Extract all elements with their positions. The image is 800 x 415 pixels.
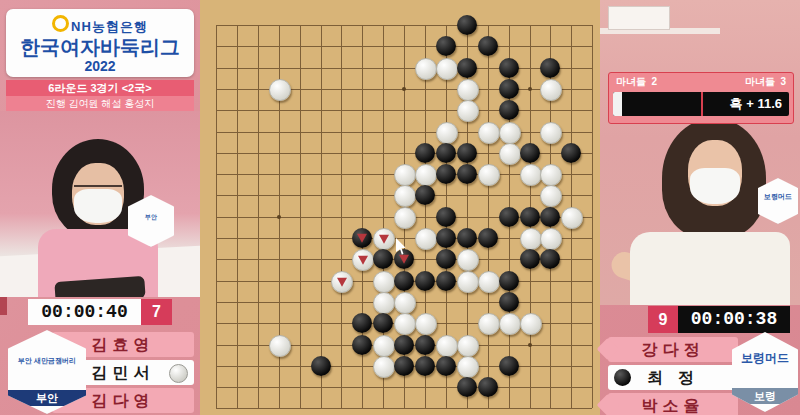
triangle-mark-icon	[379, 235, 389, 244]
black-stone	[499, 356, 519, 376]
right-team-badge: 보령머드 보령	[732, 332, 798, 412]
right-timer: 00:00:38	[678, 306, 790, 333]
white-stone	[394, 185, 416, 207]
white-stone	[478, 164, 500, 186]
eval-center-tick	[701, 92, 703, 116]
white-stone	[457, 335, 479, 357]
black-stone	[457, 58, 477, 78]
white-stone	[415, 313, 437, 335]
black-stone	[436, 249, 456, 269]
black-stone	[457, 377, 477, 397]
player-name-text: 박소율	[642, 397, 705, 414]
black-stone	[540, 58, 560, 78]
left-timer: 00:00:40	[28, 299, 141, 325]
white-stone	[499, 122, 521, 144]
triangle-mark-icon	[399, 255, 409, 264]
white-stone	[478, 122, 500, 144]
white-stone	[457, 356, 479, 378]
black-stone	[540, 249, 560, 269]
left-player-glasses	[74, 173, 122, 187]
white-stone	[499, 143, 521, 165]
white-stone-indicator-icon	[169, 364, 188, 383]
hoshi-point	[402, 87, 406, 91]
right-badge-title: 보령머드	[732, 352, 798, 365]
right-badge-team: 보령	[732, 388, 798, 404]
white-stone	[520, 164, 542, 186]
black-stone	[520, 143, 540, 163]
black-stone	[394, 356, 414, 376]
nh-logo-icon	[52, 15, 69, 32]
white-stone	[269, 335, 291, 357]
white-stone	[269, 79, 291, 101]
white-stone	[540, 122, 562, 144]
strip-decoration	[597, 394, 620, 415]
strip-decoration	[597, 338, 620, 361]
player-name-text: 강다정	[642, 341, 705, 358]
white-stone	[478, 271, 500, 293]
black-stone	[352, 335, 372, 355]
black-stone	[499, 79, 519, 99]
right-player-blouse	[630, 232, 790, 305]
white-stone	[373, 271, 395, 293]
black-stone	[436, 356, 456, 376]
hoshi-point	[528, 87, 532, 91]
white-stone	[499, 313, 521, 335]
black-stone	[352, 313, 372, 333]
win-evaluation-bar: 흑 + 11.6	[613, 92, 789, 116]
triangle-mark-icon	[337, 277, 347, 286]
left-byoyomi-count: 7	[141, 299, 172, 325]
shelf-item	[608, 6, 670, 30]
black-stone-indicator-icon	[614, 369, 631, 386]
black-stone	[436, 228, 456, 248]
black-stone	[415, 271, 435, 291]
right-player-photo: 보령머드	[600, 0, 800, 305]
team-scoreboard: 마녀들 2 마녀들 3 흑 + 11.6	[608, 72, 794, 124]
bank-name: NH농협은행	[71, 19, 148, 34]
black-stone	[311, 356, 331, 376]
black-stone	[520, 249, 540, 269]
right-panel: 보령머드 마녀들 2 마녀들 3 흑 + 11.6 9 00:00:38 강다정…	[600, 0, 800, 415]
black-stone	[499, 271, 519, 291]
black-stone	[457, 228, 477, 248]
black-stone	[415, 335, 435, 355]
left-wall-badge-text: 부안	[128, 213, 174, 222]
staff-info: 진행 김여원 해설 홍성지	[6, 96, 194, 111]
team-left-score: 마녀들 2	[616, 73, 657, 91]
grid-line	[592, 25, 593, 408]
eval-white-segment	[613, 92, 622, 116]
black-stone	[373, 249, 393, 269]
black-stone	[478, 36, 498, 56]
white-stone	[457, 79, 479, 101]
white-stone	[373, 356, 395, 378]
player-name-text: 김효영	[92, 336, 155, 353]
white-stone	[415, 228, 437, 250]
bank-title: NH농협은행	[6, 15, 194, 36]
black-stone	[540, 207, 560, 227]
white-stone	[331, 271, 353, 293]
black-stone	[499, 100, 519, 120]
right-player-name-2-active: 최 정	[608, 365, 738, 390]
player-name-text: 김다영	[92, 392, 155, 409]
white-stone	[457, 271, 479, 293]
left-badge-title: 부안 새만금잼버리	[8, 356, 86, 365]
white-stone	[373, 335, 395, 357]
round-info: 6라운드 3경기 <2국>	[6, 80, 194, 96]
eval-score-text: 흑 + 11.6	[730, 92, 782, 116]
white-stone	[520, 313, 542, 335]
right-wall-badge-text: 보령머드	[758, 192, 798, 201]
grid-line	[216, 387, 592, 388]
grid-line	[216, 408, 592, 409]
team-right-score: 마녀들 3	[745, 73, 786, 91]
black-stone	[499, 207, 519, 227]
black-stone	[415, 185, 435, 205]
white-stone	[540, 79, 562, 101]
go-board[interactable]	[200, 0, 600, 415]
white-stone	[561, 207, 583, 229]
left-panel: NH농협은행 한국여자바둑리그 2022 6라운드 3경기 <2국> 진행 김여…	[0, 0, 200, 415]
black-stone	[394, 271, 414, 291]
black-stone	[436, 207, 456, 227]
white-stone	[457, 100, 479, 122]
grid-line	[488, 25, 489, 408]
white-stone	[436, 122, 458, 144]
white-stone	[540, 185, 562, 207]
white-stone	[540, 228, 562, 250]
black-stone	[415, 356, 435, 376]
player-name-text: 최 정	[647, 369, 698, 386]
hoshi-point	[528, 343, 532, 347]
white-stone	[478, 313, 500, 335]
white-stone	[373, 292, 395, 314]
black-stone	[415, 143, 435, 163]
white-stone	[540, 164, 562, 186]
white-stone	[394, 207, 416, 229]
black-stone	[394, 335, 414, 355]
black-stone	[436, 143, 456, 163]
team-score-row: 마녀들 2 마녀들 3	[609, 73, 793, 91]
white-stone	[415, 164, 437, 186]
black-stone	[561, 143, 581, 163]
league-year: 2022	[6, 58, 194, 74]
black-stone	[373, 313, 393, 333]
white-stone	[415, 58, 437, 80]
black-stone	[499, 58, 519, 78]
white-stone	[394, 313, 416, 335]
black-stone	[436, 164, 456, 184]
black-stone	[520, 207, 540, 227]
black-stone	[457, 143, 477, 163]
black-stone	[457, 15, 477, 35]
player-name-text: 김민서	[92, 364, 155, 381]
black-stone	[478, 377, 498, 397]
right-player-name-3: 박소율	[608, 393, 738, 415]
white-stone	[394, 292, 416, 314]
black-stone	[457, 164, 477, 184]
black-stone	[394, 249, 414, 269]
black-stone	[436, 36, 456, 56]
white-stone	[520, 228, 542, 250]
white-stone	[352, 249, 374, 271]
white-stone	[436, 58, 458, 80]
white-stone	[373, 228, 395, 250]
white-stone	[394, 164, 416, 186]
broadcast-title-card: NH농협은행 한국여자바둑리그 2022	[6, 9, 194, 77]
left-player-mask	[74, 189, 122, 223]
hoshi-point	[277, 215, 281, 219]
triangle-mark-icon	[358, 256, 368, 265]
black-stone	[352, 228, 372, 248]
right-byoyomi-count: 9	[648, 306, 678, 333]
left-player-photo: 부안	[0, 111, 200, 297]
right-player-mask	[690, 168, 740, 204]
right-player-name-1: 강다정	[608, 337, 738, 362]
triangle-mark-icon	[357, 234, 367, 243]
league-title: 한국여자바둑리그	[6, 36, 194, 58]
white-stone	[436, 335, 458, 357]
black-stone	[499, 292, 519, 312]
white-stone	[457, 249, 479, 271]
black-stone	[436, 271, 456, 291]
black-stone	[478, 228, 498, 248]
